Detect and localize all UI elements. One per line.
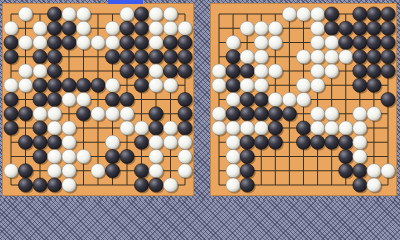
black-stone	[339, 35, 353, 49]
black-stone	[91, 78, 105, 92]
black-stone	[134, 78, 148, 92]
black-stone	[47, 35, 61, 49]
black-stone	[240, 149, 254, 163]
white-stone	[178, 21, 192, 35]
white-stone	[76, 21, 90, 35]
white-stone	[120, 107, 134, 121]
black-stone	[268, 135, 282, 149]
white-stone	[226, 135, 240, 149]
white-stone	[47, 164, 61, 178]
white-stone	[381, 164, 395, 178]
white-stone	[240, 78, 254, 92]
black-stone	[268, 107, 282, 121]
black-stone	[18, 164, 32, 178]
black-stone	[105, 149, 119, 163]
go-board-right[interactable]	[210, 3, 397, 196]
white-stone	[76, 92, 90, 106]
black-stone	[240, 135, 254, 149]
black-stone	[296, 135, 310, 149]
black-stone	[339, 135, 353, 149]
black-stone	[105, 92, 119, 106]
black-stone	[367, 7, 381, 21]
black-stone	[367, 21, 381, 35]
white-stone	[18, 7, 32, 21]
white-stone	[310, 21, 324, 35]
white-stone	[310, 107, 324, 121]
white-stone	[178, 149, 192, 163]
white-stone	[33, 35, 47, 49]
white-stone	[178, 164, 192, 178]
white-stone	[353, 107, 367, 121]
black-stone	[178, 35, 192, 49]
white-stone	[226, 35, 240, 49]
black-stone	[226, 50, 240, 64]
white-stone	[105, 135, 119, 149]
black-stone	[76, 78, 90, 92]
black-stone	[62, 78, 76, 92]
black-stone	[4, 121, 18, 135]
white-stone	[149, 135, 163, 149]
black-stone	[33, 149, 47, 163]
white-stone	[325, 121, 339, 135]
white-stone	[240, 50, 254, 64]
white-stone	[310, 78, 324, 92]
black-stone	[4, 92, 18, 106]
black-stone	[18, 107, 32, 121]
white-stone	[62, 164, 76, 178]
black-stone	[149, 178, 163, 192]
black-stone	[282, 107, 296, 121]
white-stone	[91, 164, 105, 178]
black-stone	[33, 50, 47, 64]
white-stone	[254, 35, 268, 49]
black-stone	[76, 107, 90, 121]
black-stone	[381, 7, 395, 21]
white-stone	[76, 149, 90, 163]
white-stone	[134, 121, 148, 135]
black-stone	[254, 107, 268, 121]
white-stone	[33, 107, 47, 121]
black-stone	[178, 50, 192, 64]
black-stone	[120, 35, 134, 49]
white-stone	[76, 35, 90, 49]
white-stone	[62, 149, 76, 163]
black-stone	[339, 149, 353, 163]
black-stone	[134, 21, 148, 35]
black-stone	[178, 107, 192, 121]
white-stone	[325, 35, 339, 49]
white-stone	[310, 35, 324, 49]
white-stone	[310, 50, 324, 64]
black-stone	[325, 7, 339, 21]
white-stone	[254, 21, 268, 35]
black-stone	[353, 21, 367, 35]
white-stone	[282, 7, 296, 21]
black-stone	[178, 92, 192, 106]
black-stone	[120, 21, 134, 35]
white-stone	[325, 50, 339, 64]
black-stone	[33, 92, 47, 106]
black-stone	[296, 121, 310, 135]
white-stone	[268, 21, 282, 35]
black-stone	[47, 50, 61, 64]
white-stone	[212, 107, 226, 121]
white-stone	[163, 121, 177, 135]
white-stone	[268, 64, 282, 78]
black-stone	[18, 178, 32, 192]
black-stone	[339, 21, 353, 35]
white-stone	[367, 178, 381, 192]
white-stone	[149, 149, 163, 163]
white-stone	[149, 21, 163, 35]
white-stone	[212, 64, 226, 78]
white-stone	[296, 92, 310, 106]
black-stone	[240, 64, 254, 78]
white-stone	[18, 35, 32, 49]
white-stone	[163, 178, 177, 192]
white-stone	[47, 149, 61, 163]
white-stone	[226, 92, 240, 106]
black-stone	[381, 35, 395, 49]
white-stone	[120, 7, 134, 21]
white-stone	[33, 21, 47, 35]
black-stone	[47, 78, 61, 92]
black-stone	[240, 178, 254, 192]
black-stone	[325, 135, 339, 149]
black-stone	[381, 92, 395, 106]
black-stone	[353, 7, 367, 21]
black-stone	[240, 92, 254, 106]
black-stone	[47, 135, 61, 149]
black-stone	[47, 64, 61, 78]
black-stone	[33, 121, 47, 135]
white-stone	[254, 50, 268, 64]
black-stone	[134, 7, 148, 21]
white-stone	[310, 64, 324, 78]
black-stone	[240, 164, 254, 178]
black-stone	[105, 164, 119, 178]
black-stone	[353, 164, 367, 178]
black-stone	[310, 135, 324, 149]
white-stone	[47, 107, 61, 121]
white-stone	[296, 50, 310, 64]
white-stone	[282, 92, 296, 106]
white-stone	[353, 121, 367, 135]
white-stone	[91, 107, 105, 121]
black-stone	[4, 107, 18, 121]
white-stone	[367, 107, 381, 121]
white-stone	[18, 78, 32, 92]
black-stone	[47, 178, 61, 192]
white-stone	[4, 78, 18, 92]
black-stone	[47, 92, 61, 106]
black-stone	[367, 35, 381, 49]
white-stone	[254, 78, 268, 92]
black-stone	[47, 7, 61, 21]
white-stone	[226, 149, 240, 163]
white-stone	[226, 164, 240, 178]
black-stone	[120, 64, 134, 78]
white-stone	[339, 50, 353, 64]
black-stone	[178, 64, 192, 78]
black-stone	[134, 35, 148, 49]
black-stone	[33, 178, 47, 192]
black-stone	[134, 64, 148, 78]
white-stone	[296, 78, 310, 92]
black-stone	[254, 135, 268, 149]
white-stone	[325, 64, 339, 78]
black-stone	[353, 78, 367, 92]
black-stone	[33, 135, 47, 149]
white-stone	[367, 164, 381, 178]
white-stone	[254, 121, 268, 135]
white-stone	[149, 78, 163, 92]
white-stone	[163, 135, 177, 149]
white-stone	[268, 35, 282, 49]
white-stone	[120, 121, 134, 135]
white-stone	[240, 121, 254, 135]
black-stone	[226, 107, 240, 121]
white-stone	[105, 35, 119, 49]
black-stone	[254, 92, 268, 106]
white-stone	[163, 21, 177, 35]
white-stone	[353, 149, 367, 163]
go-board-left-grid[interactable]	[2, 3, 194, 196]
white-stone	[212, 78, 226, 92]
white-stone	[149, 7, 163, 21]
window-tab-fragment	[108, 0, 143, 4]
black-stone	[134, 164, 148, 178]
black-stone	[149, 121, 163, 135]
black-stone	[18, 135, 32, 149]
white-stone	[163, 78, 177, 92]
black-stone	[134, 135, 148, 149]
black-stone	[149, 107, 163, 121]
black-stone	[134, 50, 148, 64]
black-stone	[367, 78, 381, 92]
desktop-background: { "game": "go", "app": { "background_col…	[0, 0, 400, 200]
black-stone	[163, 35, 177, 49]
white-stone	[310, 121, 324, 135]
white-stone	[33, 64, 47, 78]
white-stone	[339, 121, 353, 135]
white-stone	[62, 178, 76, 192]
white-stone	[62, 92, 76, 106]
black-stone	[240, 107, 254, 121]
white-stone	[91, 35, 105, 49]
black-stone	[149, 50, 163, 64]
black-stone	[367, 64, 381, 78]
black-stone	[120, 149, 134, 163]
white-stone	[105, 78, 119, 92]
white-stone	[105, 21, 119, 35]
white-stone	[325, 107, 339, 121]
white-stone	[18, 64, 32, 78]
black-stone	[4, 50, 18, 64]
black-stone	[268, 121, 282, 135]
white-stone	[62, 121, 76, 135]
black-stone	[134, 178, 148, 192]
black-stone	[367, 50, 381, 64]
white-stone	[226, 178, 240, 192]
white-stone	[4, 164, 18, 178]
black-stone	[105, 50, 119, 64]
black-stone	[178, 121, 192, 135]
white-stone	[296, 7, 310, 21]
black-stone	[163, 64, 177, 78]
black-stone	[381, 64, 395, 78]
black-stone	[4, 35, 18, 49]
black-stone	[381, 21, 395, 35]
white-stone	[254, 64, 268, 78]
go-board-left[interactable]	[2, 3, 194, 196]
white-stone	[212, 121, 226, 135]
white-stone	[268, 92, 282, 106]
white-stone	[62, 135, 76, 149]
black-stone	[353, 64, 367, 78]
white-stone	[62, 7, 76, 21]
black-stone	[353, 50, 367, 64]
white-stone	[149, 64, 163, 78]
black-stone	[163, 50, 177, 64]
white-stone	[353, 135, 367, 149]
black-stone	[226, 78, 240, 92]
white-stone	[4, 21, 18, 35]
white-stone	[47, 121, 61, 135]
white-stone	[310, 7, 324, 21]
white-stone	[163, 7, 177, 21]
white-stone	[149, 164, 163, 178]
black-stone	[226, 64, 240, 78]
white-stone	[226, 121, 240, 135]
white-stone	[149, 35, 163, 49]
go-board-right-grid[interactable]	[210, 3, 397, 196]
white-stone	[178, 135, 192, 149]
black-stone	[62, 21, 76, 35]
black-stone	[120, 50, 134, 64]
black-stone	[47, 21, 61, 35]
black-stone	[120, 92, 134, 106]
black-stone	[325, 21, 339, 35]
black-stone	[353, 35, 367, 49]
white-stone	[76, 7, 90, 21]
black-stone	[339, 164, 353, 178]
white-stone	[240, 21, 254, 35]
black-stone	[381, 50, 395, 64]
white-stone	[105, 107, 119, 121]
black-stone	[353, 178, 367, 192]
black-stone	[33, 78, 47, 92]
black-stone	[62, 35, 76, 49]
